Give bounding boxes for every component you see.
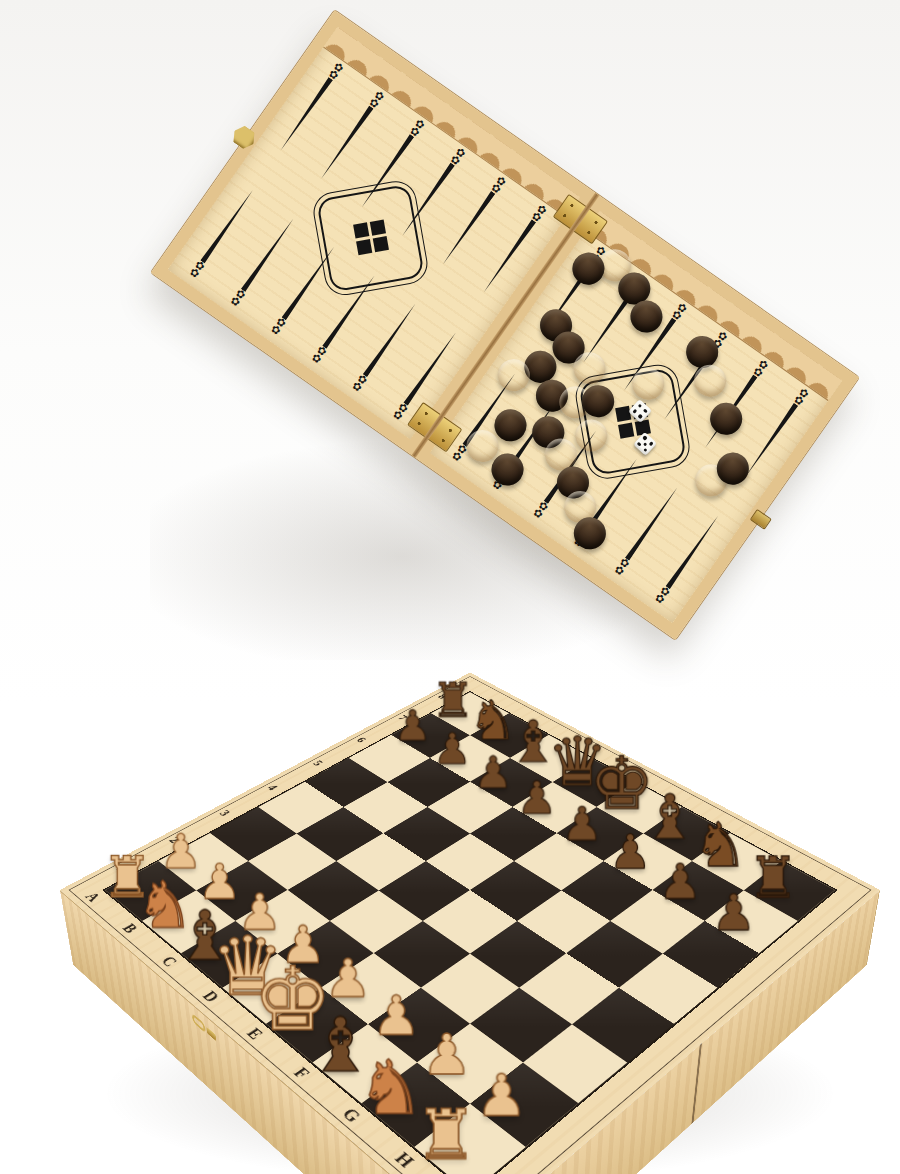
square-e3[interactable] [374, 921, 470, 988]
piece-black-pawn[interactable]: ♟ [609, 830, 651, 874]
square-h8[interactable]: ♜ [744, 861, 835, 921]
square-f4[interactable] [470, 921, 566, 988]
piece-white-pawn[interactable]: ♟ [422, 1028, 472, 1080]
box-fold-seam [692, 1043, 702, 1124]
piece-black-pawn[interactable]: ♟ [562, 803, 603, 845]
piece-black-pawn[interactable]: ♟ [433, 729, 471, 768]
chess-scene: ♜♞♝♛♚♝♞♜♟♟♟♟♟♟♟♟♟♟♟♟♟♟♟♟♜♞♝♛♚♝♞♜ ABCDEFG… [0, 0, 900, 1174]
piece-white-rook[interactable]: ♜ [414, 1103, 476, 1167]
piece-black-pawn[interactable]: ♟ [711, 889, 756, 935]
piece-white-pawn[interactable]: ♟ [371, 990, 420, 1040]
piece-black-pawn[interactable]: ♟ [659, 859, 703, 904]
piece-black-pawn[interactable]: ♟ [474, 752, 513, 792]
square-e5[interactable] [470, 861, 561, 921]
square-h3[interactable] [523, 1024, 628, 1103]
product-photo: ✿✿✿✿✿✿✿✿✿✿✿✿ ❖ ✿✿✿✿✿✿✿✿✿✿✿✿ ✿✿✿✿✿✿✿✿✿✿✿✿… [0, 0, 900, 1174]
piece-black-pawn[interactable]: ♟ [517, 777, 557, 818]
piece-white-pawn[interactable]: ♟ [475, 1069, 527, 1122]
